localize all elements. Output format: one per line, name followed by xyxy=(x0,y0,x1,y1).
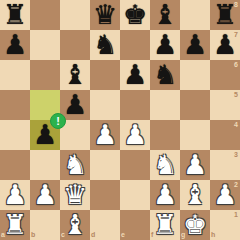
black-queen-piece[interactable]: ♛ xyxy=(93,0,117,30)
square-d4[interactable]: ♟ xyxy=(90,120,120,150)
square-f1[interactable]: ♜ xyxy=(150,210,180,240)
square-b8[interactable] xyxy=(30,0,60,30)
square-e6[interactable]: ♟ xyxy=(120,60,150,90)
square-e5[interactable] xyxy=(120,90,150,120)
square-d1[interactable] xyxy=(90,210,120,240)
square-d3[interactable] xyxy=(90,150,120,180)
black-pawn-piece[interactable]: ♟ xyxy=(63,90,87,120)
square-h4[interactable] xyxy=(210,120,240,150)
square-f5[interactable] xyxy=(150,90,180,120)
square-g5[interactable] xyxy=(180,90,210,120)
square-e2[interactable] xyxy=(120,180,150,210)
square-b6[interactable] xyxy=(30,60,60,90)
good-move-badge: ! xyxy=(50,113,66,129)
square-e7[interactable] xyxy=(120,30,150,60)
black-pawn-piece[interactable]: ♟ xyxy=(183,30,207,60)
white-pawn-piece[interactable]: ♟ xyxy=(33,180,57,210)
square-c6[interactable]: ♝ xyxy=(60,60,90,90)
square-f2[interactable]: ♟ xyxy=(150,180,180,210)
black-pawn-piece[interactable]: ♟ xyxy=(213,30,237,60)
square-f6[interactable]: ♞ xyxy=(150,60,180,90)
square-a6[interactable] xyxy=(0,60,30,90)
white-pawn-piece[interactable]: ♟ xyxy=(153,180,177,210)
square-f8[interactable]: ♝ xyxy=(150,0,180,30)
square-f3[interactable]: ♞ xyxy=(150,150,180,180)
square-h3[interactable] xyxy=(210,150,240,180)
white-bishop-piece[interactable]: ♝ xyxy=(63,210,87,240)
square-d6[interactable] xyxy=(90,60,120,90)
square-e1[interactable] xyxy=(120,210,150,240)
square-g8[interactable] xyxy=(180,0,210,30)
square-a1[interactable]: ♜ xyxy=(0,210,30,240)
white-pawn-piece[interactable]: ♟ xyxy=(93,120,117,150)
square-a3[interactable] xyxy=(0,150,30,180)
black-pawn-piece[interactable]: ♟ xyxy=(123,60,147,90)
square-h6[interactable] xyxy=(210,60,240,90)
square-d5[interactable] xyxy=(90,90,120,120)
square-a5[interactable] xyxy=(0,90,30,120)
white-pawn-piece[interactable]: ♟ xyxy=(213,180,237,210)
square-h8[interactable]: ♜ xyxy=(210,0,240,30)
square-b2[interactable]: ♟ xyxy=(30,180,60,210)
black-knight-piece[interactable]: ♞ xyxy=(153,60,177,90)
square-g4[interactable] xyxy=(180,120,210,150)
white-rook-piece[interactable]: ♜ xyxy=(153,210,177,240)
square-f4[interactable] xyxy=(150,120,180,150)
square-c3[interactable]: ♞ xyxy=(60,150,90,180)
square-g3[interactable]: ♟ xyxy=(180,150,210,180)
black-bishop-piece[interactable]: ♝ xyxy=(153,0,177,30)
square-b3[interactable] xyxy=(30,150,60,180)
square-h1[interactable] xyxy=(210,210,240,240)
square-g7[interactable]: ♟ xyxy=(180,30,210,60)
square-a4[interactable] xyxy=(0,120,30,150)
square-b7[interactable] xyxy=(30,30,60,60)
square-h2[interactable]: ♟ xyxy=(210,180,240,210)
square-h5[interactable] xyxy=(210,90,240,120)
white-pawn-piece[interactable]: ♟ xyxy=(183,150,207,180)
white-pawn-piece[interactable]: ♟ xyxy=(123,120,147,150)
square-c2[interactable]: ♛ xyxy=(60,180,90,210)
square-c7[interactable] xyxy=(60,30,90,60)
square-a2[interactable]: ♟ xyxy=(0,180,30,210)
chess-board: ! ♜♛♚♝♜♟♞♟♟♟♝♟♞♟♟♟♟♞♞♟♟♟♛♟♝♟♜♝♜♚abcdefgh… xyxy=(0,0,240,240)
white-knight-piece[interactable]: ♞ xyxy=(63,150,87,180)
square-e4[interactable]: ♟ xyxy=(120,120,150,150)
black-pawn-piece[interactable]: ♟ xyxy=(153,30,177,60)
square-d7[interactable]: ♞ xyxy=(90,30,120,60)
black-rook-piece[interactable]: ♜ xyxy=(213,0,237,30)
square-a8[interactable]: ♜ xyxy=(0,0,30,30)
square-e3[interactable] xyxy=(120,150,150,180)
white-pawn-piece[interactable]: ♟ xyxy=(3,180,27,210)
white-rook-piece[interactable]: ♜ xyxy=(3,210,27,240)
white-king-piece[interactable]: ♚ xyxy=(183,210,207,240)
black-king-piece[interactable]: ♚ xyxy=(123,0,147,30)
square-c1[interactable]: ♝ xyxy=(60,210,90,240)
square-d2[interactable] xyxy=(90,180,120,210)
square-c8[interactable] xyxy=(60,0,90,30)
square-g1[interactable]: ♚ xyxy=(180,210,210,240)
square-e8[interactable]: ♚ xyxy=(120,0,150,30)
white-knight-piece[interactable]: ♞ xyxy=(153,150,177,180)
white-queen-piece[interactable]: ♛ xyxy=(63,180,87,210)
square-b1[interactable] xyxy=(30,210,60,240)
square-f7[interactable]: ♟ xyxy=(150,30,180,60)
square-g6[interactable] xyxy=(180,60,210,90)
black-knight-piece[interactable]: ♞ xyxy=(93,30,117,60)
black-pawn-piece[interactable]: ♟ xyxy=(3,30,27,60)
black-bishop-piece[interactable]: ♝ xyxy=(63,60,87,90)
square-d8[interactable]: ♛ xyxy=(90,0,120,30)
black-rook-piece[interactable]: ♜ xyxy=(3,0,27,30)
square-g2[interactable]: ♝ xyxy=(180,180,210,210)
square-a7[interactable]: ♟ xyxy=(0,30,30,60)
square-h7[interactable]: ♟ xyxy=(210,30,240,60)
white-bishop-piece[interactable]: ♝ xyxy=(183,180,207,210)
